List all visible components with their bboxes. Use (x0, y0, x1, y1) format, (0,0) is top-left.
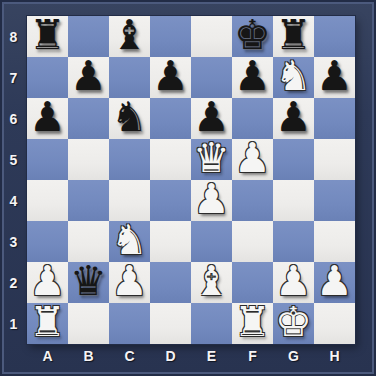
square-e8[interactable] (191, 16, 232, 57)
square-f1[interactable]: ♜ (232, 303, 273, 344)
square-g7[interactable]: ♞ (273, 57, 314, 98)
file-label-e: E (191, 344, 232, 372)
square-d3[interactable] (150, 221, 191, 262)
file-label-g: G (273, 344, 314, 372)
rank-label-6: 6 (0, 98, 27, 139)
file-label-f: F (232, 344, 273, 372)
square-c3[interactable]: ♞ (109, 221, 150, 262)
square-a6[interactable]: ♟ (27, 98, 68, 139)
file-label-d: D (150, 344, 191, 372)
square-b2[interactable]: ♛ (68, 262, 109, 303)
rank-label-2: 2 (0, 262, 27, 303)
piece-white-pawn[interactable]: ♟ (275, 261, 312, 302)
piece-white-king[interactable]: ♚ (275, 302, 312, 343)
square-h4[interactable] (314, 180, 355, 221)
rank-labels: 87654321 (0, 16, 27, 344)
square-d7[interactable]: ♟ (150, 57, 191, 98)
square-g4[interactable] (273, 180, 314, 221)
square-f2[interactable] (232, 262, 273, 303)
square-c7[interactable] (109, 57, 150, 98)
chess-board: ♜♝♚♜♟♟♟♞♟♟♞♟♟♛♟♟♞♟♛♟♝♟♟♜♜♚ (27, 16, 355, 344)
square-a4[interactable] (27, 180, 68, 221)
square-h5[interactable] (314, 139, 355, 180)
piece-white-knight[interactable]: ♞ (275, 56, 312, 97)
square-a3[interactable] (27, 221, 68, 262)
square-e5[interactable]: ♛ (191, 139, 232, 180)
piece-white-pawn[interactable]: ♟ (316, 261, 353, 302)
piece-black-queen[interactable]: ♛ (70, 261, 107, 302)
square-b5[interactable] (68, 139, 109, 180)
rank-label-5: 5 (0, 139, 27, 180)
square-f3[interactable] (232, 221, 273, 262)
chess-board-frame: 87654321 ♜♝♚♜♟♟♟♞♟♟♞♟♟♛♟♟♞♟♛♟♝♟♟♜♜♚ ABCD… (0, 0, 376, 376)
square-f6[interactable] (232, 98, 273, 139)
square-b4[interactable] (68, 180, 109, 221)
square-g8[interactable]: ♜ (273, 16, 314, 57)
square-c2[interactable]: ♟ (109, 262, 150, 303)
square-h6[interactable] (314, 98, 355, 139)
square-h8[interactable] (314, 16, 355, 57)
square-g1[interactable]: ♚ (273, 303, 314, 344)
piece-white-bishop[interactable]: ♝ (193, 261, 230, 302)
piece-white-pawn[interactable]: ♟ (29, 261, 66, 302)
square-e3[interactable] (191, 221, 232, 262)
piece-black-king[interactable]: ♚ (234, 15, 271, 56)
square-a5[interactable] (27, 139, 68, 180)
rank-label-1: 1 (0, 303, 27, 344)
square-f7[interactable]: ♟ (232, 57, 273, 98)
square-a2[interactable]: ♟ (27, 262, 68, 303)
piece-white-pawn[interactable]: ♟ (193, 179, 230, 220)
square-c8[interactable]: ♝ (109, 16, 150, 57)
file-label-a: A (27, 344, 68, 372)
square-e7[interactable] (191, 57, 232, 98)
piece-black-pawn[interactable]: ♟ (70, 56, 107, 97)
piece-black-rook[interactable]: ♜ (275, 15, 312, 56)
square-h7[interactable]: ♟ (314, 57, 355, 98)
rank-label-3: 3 (0, 221, 27, 262)
square-h3[interactable] (314, 221, 355, 262)
file-labels: ABCDEFGH (27, 344, 355, 372)
piece-white-pawn[interactable]: ♟ (234, 138, 271, 179)
square-g6[interactable]: ♟ (273, 98, 314, 139)
square-h2[interactable]: ♟ (314, 262, 355, 303)
square-d6[interactable] (150, 98, 191, 139)
piece-black-pawn[interactable]: ♟ (152, 56, 189, 97)
square-c1[interactable] (109, 303, 150, 344)
square-d5[interactable] (150, 139, 191, 180)
square-a1[interactable]: ♜ (27, 303, 68, 344)
square-f5[interactable]: ♟ (232, 139, 273, 180)
square-a7[interactable] (27, 57, 68, 98)
square-b3[interactable] (68, 221, 109, 262)
rank-label-7: 7 (0, 57, 27, 98)
square-e4[interactable]: ♟ (191, 180, 232, 221)
square-d2[interactable] (150, 262, 191, 303)
piece-black-bishop[interactable]: ♝ (111, 15, 148, 56)
piece-black-pawn[interactable]: ♟ (316, 56, 353, 97)
piece-white-rook[interactable]: ♜ (29, 302, 66, 343)
square-b7[interactable]: ♟ (68, 57, 109, 98)
square-f8[interactable]: ♚ (232, 16, 273, 57)
square-g5[interactable] (273, 139, 314, 180)
square-c6[interactable]: ♞ (109, 98, 150, 139)
rank-label-8: 8 (0, 16, 27, 57)
square-c5[interactable] (109, 139, 150, 180)
square-d1[interactable] (150, 303, 191, 344)
piece-black-pawn[interactable]: ♟ (234, 56, 271, 97)
piece-black-pawn[interactable]: ♟ (275, 97, 312, 138)
piece-black-knight[interactable]: ♞ (111, 97, 148, 138)
piece-white-rook[interactable]: ♜ (234, 302, 271, 343)
square-c4[interactable] (109, 180, 150, 221)
square-d8[interactable] (150, 16, 191, 57)
rank-label-4: 4 (0, 180, 27, 221)
file-label-c: C (109, 344, 150, 372)
piece-white-queen[interactable]: ♛ (193, 138, 230, 179)
piece-black-rook[interactable]: ♜ (29, 15, 66, 56)
square-a8[interactable]: ♜ (27, 16, 68, 57)
square-g2[interactable]: ♟ (273, 262, 314, 303)
square-e2[interactable]: ♝ (191, 262, 232, 303)
square-h1[interactable] (314, 303, 355, 344)
square-b6[interactable] (68, 98, 109, 139)
piece-white-knight[interactable]: ♞ (111, 220, 148, 261)
square-d4[interactable] (150, 180, 191, 221)
square-b1[interactable] (68, 303, 109, 344)
piece-black-pawn[interactable]: ♟ (29, 97, 66, 138)
square-b8[interactable] (68, 16, 109, 57)
piece-black-pawn[interactable]: ♟ (193, 97, 230, 138)
piece-white-pawn[interactable]: ♟ (111, 261, 148, 302)
square-e6[interactable]: ♟ (191, 98, 232, 139)
square-f4[interactable] (232, 180, 273, 221)
file-label-b: B (68, 344, 109, 372)
square-e1[interactable] (191, 303, 232, 344)
file-label-h: H (314, 344, 355, 372)
square-g3[interactable] (273, 221, 314, 262)
